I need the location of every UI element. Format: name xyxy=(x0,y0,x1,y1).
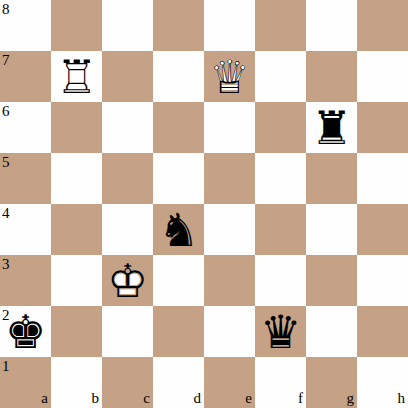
square-b3[interactable] xyxy=(51,255,102,306)
square-c8[interactable] xyxy=(102,0,153,51)
file-label-b: b xyxy=(92,391,100,406)
black-knight[interactable]: ♞ xyxy=(153,204,204,255)
square-f1[interactable]: f xyxy=(255,357,306,408)
black-king-glyph: ♚ xyxy=(5,306,46,357)
square-c5[interactable] xyxy=(102,153,153,204)
black-rook[interactable]: ♜ xyxy=(306,102,357,153)
square-g4[interactable] xyxy=(306,204,357,255)
square-d5[interactable] xyxy=(153,153,204,204)
square-e3[interactable] xyxy=(204,255,255,306)
square-c4[interactable] xyxy=(102,204,153,255)
square-h8[interactable] xyxy=(357,0,408,51)
square-g5[interactable] xyxy=(306,153,357,204)
square-a1[interactable]: 1a xyxy=(0,357,51,408)
white-rook-outline: ♖ xyxy=(56,51,97,102)
square-g1[interactable]: g xyxy=(306,357,357,408)
square-h1[interactable]: h xyxy=(357,357,408,408)
square-a4[interactable]: 4 xyxy=(0,204,51,255)
white-king-outline: ♔ xyxy=(107,255,148,306)
square-a3[interactable]: 3 xyxy=(0,255,51,306)
square-f5[interactable] xyxy=(255,153,306,204)
square-g2[interactable] xyxy=(306,306,357,357)
white-queen[interactable]: ♛♕ xyxy=(204,51,255,102)
square-a6[interactable]: 6 xyxy=(0,102,51,153)
square-b6[interactable] xyxy=(51,102,102,153)
square-h7[interactable] xyxy=(357,51,408,102)
square-a5[interactable]: 5 xyxy=(0,153,51,204)
file-label-a: a xyxy=(41,391,48,406)
square-e5[interactable] xyxy=(204,153,255,204)
white-rook[interactable]: ♜♖ xyxy=(51,51,102,102)
rank-label-7: 7 xyxy=(2,53,10,68)
file-label-c: c xyxy=(143,391,150,406)
black-queen[interactable]: ♛ xyxy=(255,306,306,357)
square-b2[interactable] xyxy=(51,306,102,357)
square-h4[interactable] xyxy=(357,204,408,255)
square-c3[interactable]: ♚♔ xyxy=(102,255,153,306)
square-c1[interactable]: c xyxy=(102,357,153,408)
square-f6[interactable] xyxy=(255,102,306,153)
square-a8[interactable]: 8 xyxy=(0,0,51,51)
square-b8[interactable] xyxy=(51,0,102,51)
rank-label-6: 6 xyxy=(2,104,10,119)
file-label-f: f xyxy=(298,391,303,406)
square-g6[interactable]: ♜ xyxy=(306,102,357,153)
square-h5[interactable] xyxy=(357,153,408,204)
square-f2[interactable]: ♛ xyxy=(255,306,306,357)
square-h3[interactable] xyxy=(357,255,408,306)
white-king-fill: ♚ xyxy=(107,255,148,306)
square-a7[interactable]: 7 xyxy=(0,51,51,102)
square-h6[interactable] xyxy=(357,102,408,153)
square-f8[interactable] xyxy=(255,0,306,51)
square-c7[interactable] xyxy=(102,51,153,102)
white-king[interactable]: ♚♔ xyxy=(102,255,153,306)
chess-board: 87♜♖♛♕6♜54♞3♚♔2♚♛1abcdefgh xyxy=(0,0,408,408)
file-label-g: g xyxy=(347,391,355,406)
file-label-e: e xyxy=(245,391,252,406)
square-d1[interactable]: d xyxy=(153,357,204,408)
square-f7[interactable] xyxy=(255,51,306,102)
square-e4[interactable] xyxy=(204,204,255,255)
square-d2[interactable] xyxy=(153,306,204,357)
square-b4[interactable] xyxy=(51,204,102,255)
square-f3[interactable] xyxy=(255,255,306,306)
rank-label-5: 5 xyxy=(2,155,10,170)
file-label-d: d xyxy=(194,391,202,406)
white-queen-outline: ♕ xyxy=(209,51,250,102)
black-rook-glyph: ♜ xyxy=(311,102,352,153)
square-d8[interactable] xyxy=(153,0,204,51)
white-queen-fill: ♛ xyxy=(209,51,250,102)
square-g8[interactable] xyxy=(306,0,357,51)
square-d6[interactable] xyxy=(153,102,204,153)
square-b1[interactable]: b xyxy=(51,357,102,408)
square-g7[interactable] xyxy=(306,51,357,102)
rank-label-8: 8 xyxy=(2,2,10,17)
black-queen-glyph: ♛ xyxy=(260,306,301,357)
rank-label-4: 4 xyxy=(2,206,10,221)
square-e6[interactable] xyxy=(204,102,255,153)
square-e1[interactable]: e xyxy=(204,357,255,408)
black-king[interactable]: ♚ xyxy=(0,306,51,357)
square-d7[interactable] xyxy=(153,51,204,102)
square-a2[interactable]: 2♚ xyxy=(0,306,51,357)
black-knight-glyph: ♞ xyxy=(158,204,199,255)
square-f4[interactable] xyxy=(255,204,306,255)
rank-label-1: 1 xyxy=(2,359,10,374)
square-e2[interactable] xyxy=(204,306,255,357)
square-h2[interactable] xyxy=(357,306,408,357)
square-c2[interactable] xyxy=(102,306,153,357)
square-e8[interactable] xyxy=(204,0,255,51)
rank-label-3: 3 xyxy=(2,257,10,272)
white-rook-fill: ♜ xyxy=(56,51,97,102)
square-d4[interactable]: ♞ xyxy=(153,204,204,255)
chess-board-grid: 87♜♖♛♕6♜54♞3♚♔2♚♛1abcdefgh xyxy=(0,0,408,408)
file-label-h: h xyxy=(398,391,406,406)
square-b7[interactable]: ♜♖ xyxy=(51,51,102,102)
square-e7[interactable]: ♛♕ xyxy=(204,51,255,102)
square-g3[interactable] xyxy=(306,255,357,306)
square-b5[interactable] xyxy=(51,153,102,204)
square-c6[interactable] xyxy=(102,102,153,153)
square-d3[interactable] xyxy=(153,255,204,306)
